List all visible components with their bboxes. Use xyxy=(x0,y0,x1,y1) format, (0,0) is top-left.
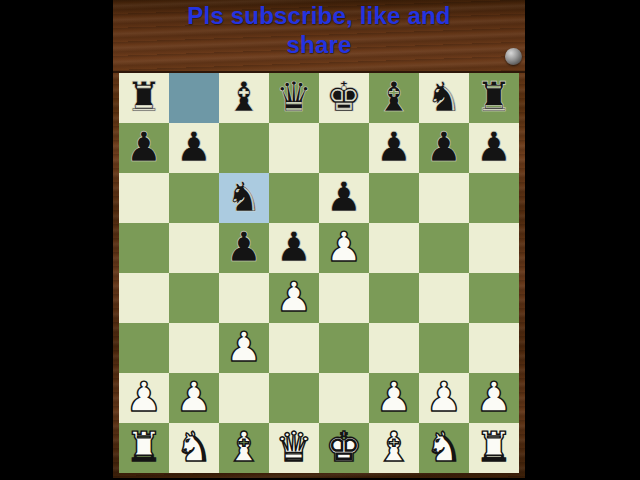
square-g5[interactable] xyxy=(419,223,469,273)
square-g2[interactable]: ♟ xyxy=(419,373,469,423)
square-h5[interactable] xyxy=(469,223,519,273)
square-c1[interactable]: ♝ xyxy=(219,423,269,473)
square-c4[interactable] xyxy=(219,273,269,323)
black-pawn[interactable]: ♟ xyxy=(426,123,463,172)
square-h8[interactable]: ♜ xyxy=(469,73,519,123)
black-rook[interactable]: ♜ xyxy=(126,73,163,122)
square-e8[interactable]: ♚ xyxy=(319,73,369,123)
banner-line-2: share xyxy=(113,30,525,59)
square-a6[interactable] xyxy=(119,173,169,223)
white-pawn[interactable]: ♟ xyxy=(376,373,413,422)
square-b4[interactable] xyxy=(169,273,219,323)
black-bishop[interactable]: ♝ xyxy=(376,73,413,122)
square-e4[interactable] xyxy=(319,273,369,323)
black-pawn[interactable]: ♟ xyxy=(476,123,513,172)
square-c3[interactable]: ♟ xyxy=(219,323,269,373)
white-king[interactable]: ♚ xyxy=(326,423,363,472)
square-d1[interactable]: ♛ xyxy=(269,423,319,473)
square-b7[interactable]: ♟ xyxy=(169,123,219,173)
square-h6[interactable] xyxy=(469,173,519,223)
black-pawn[interactable]: ♟ xyxy=(326,173,363,222)
square-a2[interactable]: ♟ xyxy=(119,373,169,423)
white-pawn[interactable]: ♟ xyxy=(176,373,213,422)
square-a5[interactable] xyxy=(119,223,169,273)
square-d4[interactable]: ♟ xyxy=(269,273,319,323)
white-bishop[interactable]: ♝ xyxy=(226,423,263,472)
square-f3[interactable] xyxy=(369,323,419,373)
square-e3[interactable] xyxy=(319,323,369,373)
square-d3[interactable] xyxy=(269,323,319,373)
square-d7[interactable] xyxy=(269,123,319,173)
black-pawn[interactable]: ♟ xyxy=(126,123,163,172)
square-c7[interactable] xyxy=(219,123,269,173)
square-f1[interactable]: ♝ xyxy=(369,423,419,473)
subscribe-banner-text: Pls subscribe, like and share xyxy=(113,1,525,59)
square-g4[interactable] xyxy=(419,273,469,323)
square-d6[interactable] xyxy=(269,173,319,223)
square-d8[interactable]: ♛ xyxy=(269,73,319,123)
square-e1[interactable]: ♚ xyxy=(319,423,369,473)
square-f8[interactable]: ♝ xyxy=(369,73,419,123)
square-f7[interactable]: ♟ xyxy=(369,123,419,173)
black-pawn[interactable]: ♟ xyxy=(176,123,213,172)
white-knight[interactable]: ♞ xyxy=(176,423,213,472)
black-pawn[interactable]: ♟ xyxy=(276,223,313,272)
white-queen[interactable]: ♛ xyxy=(276,423,313,472)
white-rook[interactable]: ♜ xyxy=(126,423,163,472)
chess-board: ♜♝♛♚♝♞♜♟♟♟♟♟♞♟♟♟♟♟♟♟♟♟♟♟♜♞♝♛♚♝♞♜ xyxy=(119,73,519,473)
square-e5[interactable]: ♟ xyxy=(319,223,369,273)
white-knight[interactable]: ♞ xyxy=(426,423,463,472)
white-pawn[interactable]: ♟ xyxy=(326,223,363,272)
square-b1[interactable]: ♞ xyxy=(169,423,219,473)
gray-ball-icon xyxy=(505,48,522,65)
square-b2[interactable]: ♟ xyxy=(169,373,219,423)
square-g7[interactable]: ♟ xyxy=(419,123,469,173)
square-a1[interactable]: ♜ xyxy=(119,423,169,473)
square-h4[interactable] xyxy=(469,273,519,323)
square-b3[interactable] xyxy=(169,323,219,373)
square-f2[interactable]: ♟ xyxy=(369,373,419,423)
white-bishop[interactable]: ♝ xyxy=(376,423,413,472)
black-rook[interactable]: ♜ xyxy=(476,73,513,122)
black-pawn[interactable]: ♟ xyxy=(226,223,263,272)
white-pawn[interactable]: ♟ xyxy=(276,273,313,322)
black-knight[interactable]: ♞ xyxy=(426,73,463,122)
square-f5[interactable] xyxy=(369,223,419,273)
black-knight[interactable]: ♞ xyxy=(226,173,263,222)
black-queen[interactable]: ♛ xyxy=(276,73,313,122)
square-e6[interactable]: ♟ xyxy=(319,173,369,223)
app-content: Pls subscribe, like and share ♜♝♛♚♝♞♜♟♟♟… xyxy=(113,0,525,478)
square-f4[interactable] xyxy=(369,273,419,323)
square-a8[interactable]: ♜ xyxy=(119,73,169,123)
square-d5[interactable]: ♟ xyxy=(269,223,319,273)
square-a7[interactable]: ♟ xyxy=(119,123,169,173)
square-e2[interactable] xyxy=(319,373,369,423)
square-h7[interactable]: ♟ xyxy=(469,123,519,173)
square-h1[interactable]: ♜ xyxy=(469,423,519,473)
square-g1[interactable]: ♞ xyxy=(419,423,469,473)
video-frame: Pls subscribe, like and share ♜♝♛♚♝♞♜♟♟♟… xyxy=(0,0,640,480)
square-b8[interactable] xyxy=(169,73,219,123)
square-c8[interactable]: ♝ xyxy=(219,73,269,123)
square-h3[interactable] xyxy=(469,323,519,373)
square-f6[interactable] xyxy=(369,173,419,223)
square-e7[interactable] xyxy=(319,123,369,173)
square-a3[interactable] xyxy=(119,323,169,373)
white-pawn[interactable]: ♟ xyxy=(476,373,513,422)
square-h2[interactable]: ♟ xyxy=(469,373,519,423)
white-pawn[interactable]: ♟ xyxy=(126,373,163,422)
square-b5[interactable] xyxy=(169,223,219,273)
white-pawn[interactable]: ♟ xyxy=(426,373,463,422)
square-g3[interactable] xyxy=(419,323,469,373)
square-g6[interactable] xyxy=(419,173,469,223)
black-king[interactable]: ♚ xyxy=(326,73,363,122)
square-c2[interactable] xyxy=(219,373,269,423)
square-d2[interactable] xyxy=(269,373,319,423)
square-c5[interactable]: ♟ xyxy=(219,223,269,273)
square-b6[interactable] xyxy=(169,173,219,223)
white-rook[interactable]: ♜ xyxy=(476,423,513,472)
square-a4[interactable] xyxy=(119,273,169,323)
black-pawn[interactable]: ♟ xyxy=(376,123,413,172)
banner-line-1: Pls subscribe, like and xyxy=(113,1,525,30)
square-g8[interactable]: ♞ xyxy=(419,73,469,123)
square-c6[interactable]: ♞ xyxy=(219,173,269,223)
white-pawn[interactable]: ♟ xyxy=(226,323,263,372)
black-bishop[interactable]: ♝ xyxy=(226,73,263,122)
